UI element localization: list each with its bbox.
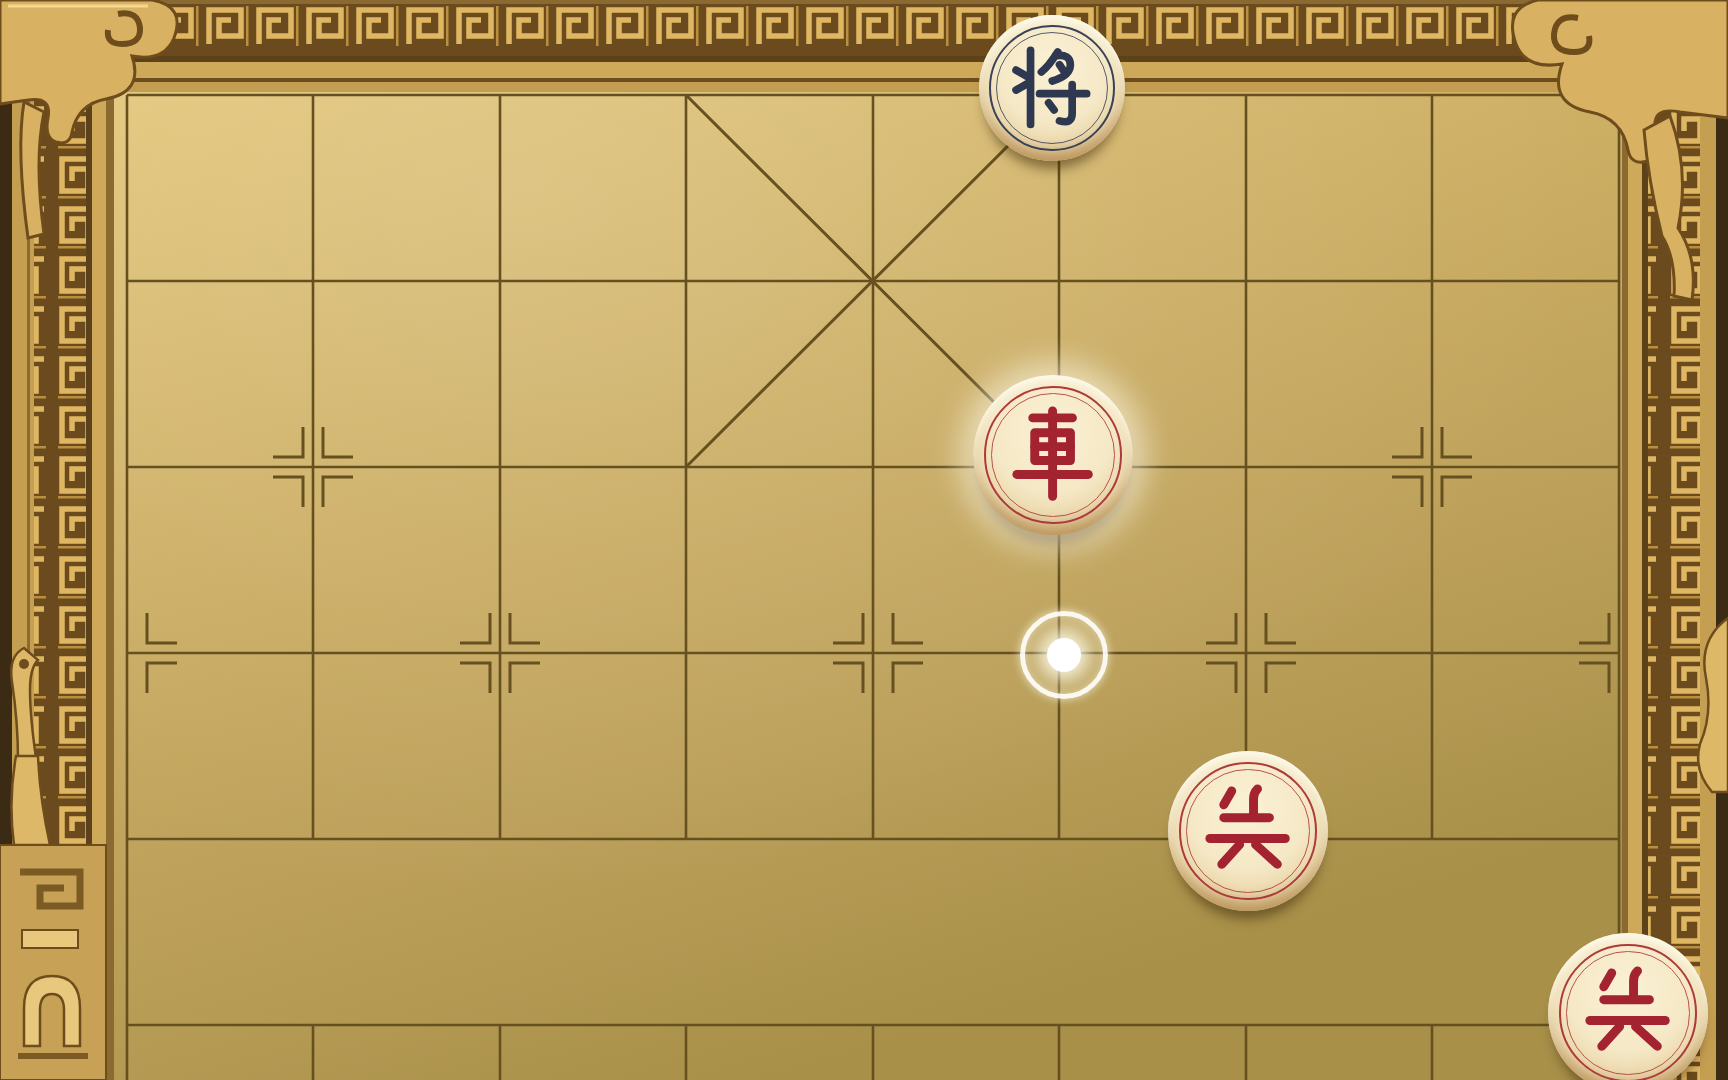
piece-red-soldier-1[interactable] [1168, 751, 1328, 911]
piece-red-soldier-2[interactable] [1548, 933, 1708, 1080]
xiangqi-game-screen [0, 0, 1728, 1080]
ornament-left-bottom-panel [0, 845, 106, 1080]
soldier-character-glyph [1198, 781, 1297, 880]
board-scene [0, 0, 1728, 1080]
board-face[interactable] [96, 70, 1636, 1080]
general-character-glyph [1007, 43, 1098, 134]
piece-black-general[interactable] [979, 15, 1125, 161]
move-indicator-dot[interactable] [1020, 611, 1108, 699]
frame-top [0, 0, 1728, 92]
soldier-character-glyph [1578, 963, 1677, 1062]
chariot-character-glyph [1003, 405, 1102, 504]
piece-red-chariot[interactable] [973, 375, 1133, 535]
